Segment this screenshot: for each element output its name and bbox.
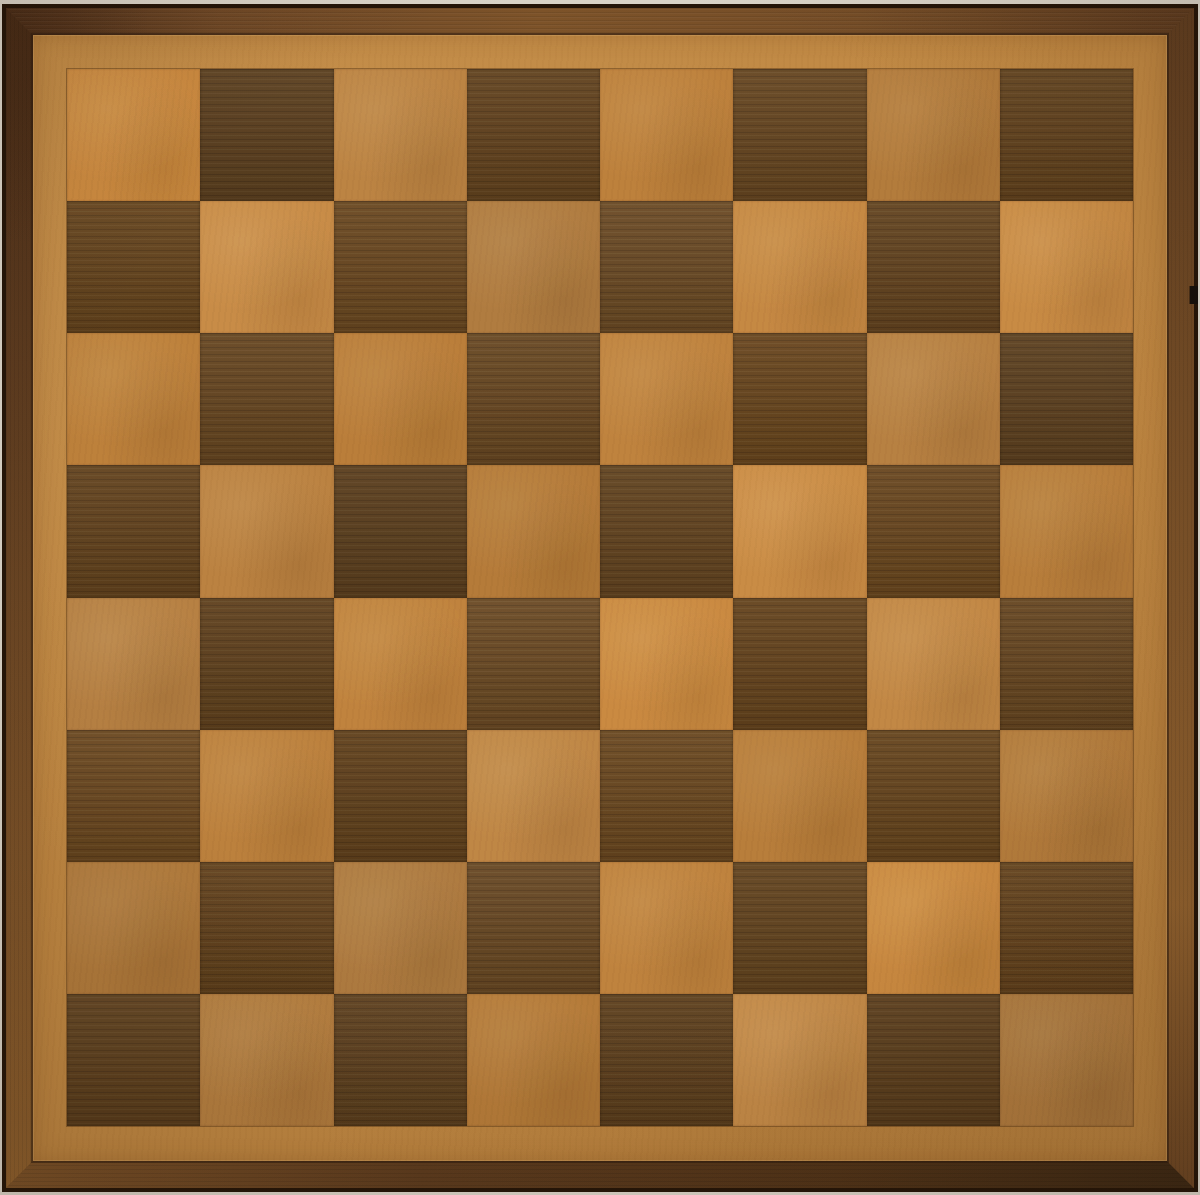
frame-rail-bottom [6,1161,1194,1188]
square-g7[interactable] [867,201,1000,333]
square-d4[interactable] [467,598,600,730]
square-c1[interactable] [334,994,467,1126]
square-b7[interactable] [200,201,333,333]
square-h1[interactable] [1000,994,1133,1126]
square-e7[interactable] [600,201,733,333]
square-c8[interactable] [334,69,467,201]
square-d5[interactable] [467,465,600,597]
square-c7[interactable] [334,201,467,333]
square-d3[interactable] [467,730,600,862]
square-b2[interactable] [200,862,333,994]
square-d7[interactable] [467,201,600,333]
square-b8[interactable] [200,69,333,201]
square-c4[interactable] [334,598,467,730]
square-d6[interactable] [467,333,600,465]
square-f2[interactable] [733,862,866,994]
square-d8[interactable] [467,69,600,201]
square-b1[interactable] [200,994,333,1126]
square-h2[interactable] [1000,862,1133,994]
square-a5[interactable] [67,465,200,597]
square-g3[interactable] [867,730,1000,862]
square-a2[interactable] [67,862,200,994]
square-c3[interactable] [334,730,467,862]
square-e5[interactable] [600,465,733,597]
square-h3[interactable] [1000,730,1133,862]
square-f1[interactable] [733,994,866,1126]
square-e2[interactable] [600,862,733,994]
square-b6[interactable] [200,333,333,465]
square-h5[interactable] [1000,465,1133,597]
square-b4[interactable] [200,598,333,730]
frame-rail-right [1167,8,1194,1188]
square-g1[interactable] [867,994,1000,1126]
square-f8[interactable] [733,69,866,201]
square-b3[interactable] [200,730,333,862]
square-f4[interactable] [733,598,866,730]
square-a3[interactable] [67,730,200,862]
square-e3[interactable] [600,730,733,862]
square-e6[interactable] [600,333,733,465]
square-b5[interactable] [200,465,333,597]
square-g8[interactable] [867,69,1000,201]
square-h4[interactable] [1000,598,1133,730]
chess-board [67,69,1133,1126]
frame-rail-left [6,8,33,1188]
square-c5[interactable] [334,465,467,597]
square-g2[interactable] [867,862,1000,994]
square-f3[interactable] [733,730,866,862]
square-a7[interactable] [67,201,200,333]
square-f6[interactable] [733,333,866,465]
square-c6[interactable] [334,333,467,465]
square-e4[interactable] [600,598,733,730]
square-d1[interactable] [467,994,600,1126]
square-e8[interactable] [600,69,733,201]
square-c2[interactable] [334,862,467,994]
chessboard-photo [0,0,1200,1195]
square-a8[interactable] [67,69,200,201]
square-a4[interactable] [67,598,200,730]
square-g4[interactable] [867,598,1000,730]
square-a1[interactable] [67,994,200,1126]
square-a6[interactable] [67,333,200,465]
square-h6[interactable] [1000,333,1133,465]
square-g5[interactable] [867,465,1000,597]
square-e1[interactable] [600,994,733,1126]
square-g6[interactable] [867,333,1000,465]
edge-hinge-notch [1190,286,1198,304]
square-f5[interactable] [733,465,866,597]
square-d2[interactable] [467,862,600,994]
frame-rail-top [6,8,1194,35]
square-f7[interactable] [733,201,866,333]
square-h7[interactable] [1000,201,1133,333]
square-h8[interactable] [1000,69,1133,201]
